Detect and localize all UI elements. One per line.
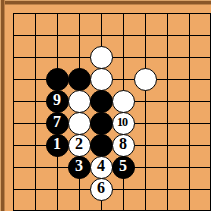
stone-black: 9 [46, 90, 69, 113]
board-point[interactable] [156, 24, 178, 46]
board-point[interactable] [90, 68, 112, 90]
board-point[interactable] [156, 134, 178, 156]
board-point[interactable] [156, 156, 178, 178]
board-point[interactable] [178, 24, 200, 46]
stone-white: 10 [112, 112, 135, 135]
board-point[interactable] [24, 68, 46, 90]
board-point[interactable] [90, 46, 112, 68]
board-edge-top [0, 0, 211, 5]
board-point[interactable]: 3 [68, 156, 90, 178]
board-point[interactable] [46, 178, 68, 200]
board-point[interactable] [156, 112, 178, 134]
stone-black: 1 [46, 134, 69, 157]
board-point[interactable] [2, 156, 24, 178]
stone-white: 8 [112, 134, 135, 157]
stone-black [68, 68, 91, 91]
board-point[interactable] [24, 178, 46, 200]
board-point[interactable]: 7 [46, 112, 68, 134]
board-point[interactable] [90, 2, 112, 24]
board-point[interactable] [156, 68, 178, 90]
move-number: 9 [53, 92, 61, 108]
move-number: 5 [119, 158, 127, 174]
board-point[interactable]: 9 [46, 90, 68, 112]
board-point[interactable] [134, 90, 156, 112]
board-point[interactable] [2, 134, 24, 156]
stone-white [112, 90, 135, 113]
board-point[interactable] [134, 24, 156, 46]
board-point[interactable] [134, 112, 156, 134]
board-point[interactable] [68, 90, 90, 112]
board-point[interactable] [90, 134, 112, 156]
board-point[interactable] [68, 68, 90, 90]
board-point[interactable] [178, 156, 200, 178]
board-point[interactable] [112, 24, 134, 46]
board-point[interactable] [156, 2, 178, 24]
board-point[interactable] [2, 2, 24, 24]
board-point[interactable] [112, 68, 134, 90]
board-point[interactable] [68, 112, 90, 134]
board-point[interactable] [178, 178, 200, 200]
board-point[interactable] [2, 112, 24, 134]
board-point[interactable] [24, 2, 46, 24]
board-point[interactable] [68, 46, 90, 68]
board-point[interactable]: 2 [68, 134, 90, 156]
stone-white [90, 68, 113, 91]
board-point[interactable] [156, 178, 178, 200]
board-point[interactable] [68, 24, 90, 46]
move-number: 10 [117, 116, 127, 128]
board-point[interactable] [178, 46, 200, 68]
move-number: 8 [119, 136, 127, 152]
board-point[interactable] [2, 46, 24, 68]
board-point[interactable]: 1 [46, 134, 68, 156]
board-point[interactable] [24, 90, 46, 112]
board-point[interactable] [134, 134, 156, 156]
stone-white [134, 68, 157, 91]
board-point[interactable] [112, 178, 134, 200]
board-point[interactable] [90, 112, 112, 134]
board-point[interactable] [2, 24, 24, 46]
board-point[interactable] [112, 46, 134, 68]
go-board: 97101283456 [0, 0, 211, 211]
board-point[interactable] [2, 90, 24, 112]
board-point[interactable] [24, 134, 46, 156]
stone-white [68, 90, 91, 113]
board-point[interactable] [2, 68, 24, 90]
board-point[interactable] [134, 68, 156, 90]
board-point[interactable] [134, 178, 156, 200]
board-edge-left [0, 0, 5, 211]
board-point[interactable] [134, 46, 156, 68]
board-point[interactable] [46, 68, 68, 90]
move-number: 6 [97, 180, 105, 196]
board-point[interactable] [46, 46, 68, 68]
board-point[interactable] [178, 2, 200, 24]
stone-white [68, 112, 91, 135]
stone-white: 6 [90, 178, 113, 201]
board-point[interactable] [112, 2, 134, 24]
board-point[interactable] [24, 156, 46, 178]
board-points: 97101283456 [2, 2, 200, 200]
board-point[interactable]: 4 [90, 156, 112, 178]
board-point[interactable] [178, 134, 200, 156]
board-point[interactable]: 8 [112, 134, 134, 156]
board-point[interactable] [24, 24, 46, 46]
board-point[interactable] [2, 178, 24, 200]
board-point[interactable] [46, 24, 68, 46]
board-point[interactable] [178, 68, 200, 90]
board-point[interactable] [112, 90, 134, 112]
board-point[interactable] [134, 2, 156, 24]
board-point[interactable] [46, 156, 68, 178]
board-point[interactable] [90, 24, 112, 46]
stone-white: 2 [68, 134, 91, 157]
stone-black: 5 [112, 156, 135, 179]
stone-white [90, 46, 113, 69]
stone-black: 3 [68, 156, 91, 179]
board-point[interactable] [24, 46, 46, 68]
move-number: 4 [97, 158, 105, 174]
board-point[interactable]: 6 [90, 178, 112, 200]
board-point[interactable] [134, 156, 156, 178]
move-number: 3 [75, 158, 83, 174]
stone-black [90, 134, 113, 157]
stone-black [90, 112, 113, 135]
stone-white: 4 [90, 156, 113, 179]
board-point[interactable] [68, 178, 90, 200]
board-point[interactable] [68, 2, 90, 24]
board-point[interactable]: 5 [112, 156, 134, 178]
board-point[interactable] [178, 112, 200, 134]
board-point[interactable] [46, 2, 68, 24]
board-point[interactable] [90, 90, 112, 112]
move-number: 7 [53, 114, 61, 130]
board-point[interactable] [24, 112, 46, 134]
stone-black [46, 68, 69, 91]
stone-black [90, 90, 113, 113]
move-number: 2 [75, 136, 83, 152]
board-point[interactable]: 10 [112, 112, 134, 134]
board-point[interactable] [156, 90, 178, 112]
stone-black: 7 [46, 112, 69, 135]
board-point[interactable] [178, 90, 200, 112]
board-point[interactable] [156, 46, 178, 68]
move-number: 1 [53, 136, 61, 152]
